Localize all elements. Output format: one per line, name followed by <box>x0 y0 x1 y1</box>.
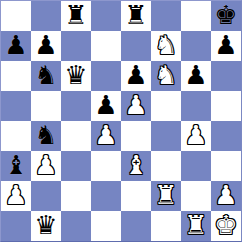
square-b1[interactable]: ♛ <box>31 211 61 241</box>
square-h7[interactable]: ♟ <box>211 31 241 61</box>
square-h6[interactable] <box>211 61 241 91</box>
square-d1[interactable] <box>91 211 121 241</box>
square-e5[interactable]: ♟ <box>121 91 151 121</box>
square-c5[interactable] <box>61 91 91 121</box>
square-a2[interactable]: ♟ <box>1 181 31 211</box>
square-d7[interactable] <box>91 31 121 61</box>
piece-white-king[interactable]: ♚ <box>211 211 241 241</box>
square-b2[interactable] <box>31 181 61 211</box>
square-h8[interactable]: ♚ <box>211 1 241 31</box>
square-d3[interactable] <box>91 151 121 181</box>
piece-black-pawn[interactable]: ♟ <box>91 91 121 121</box>
piece-black-knight[interactable]: ♞ <box>31 61 61 91</box>
square-f8[interactable] <box>151 1 181 31</box>
square-c8[interactable]: ♜ <box>61 1 91 31</box>
piece-white-pawn[interactable]: ♟ <box>91 121 121 151</box>
square-b3[interactable]: ♟ <box>31 151 61 181</box>
piece-black-rook[interactable]: ♜ <box>61 1 91 31</box>
square-b6[interactable]: ♞ <box>31 61 61 91</box>
square-f2[interactable]: ♜ <box>151 181 181 211</box>
piece-white-knight[interactable]: ♞ <box>151 31 181 61</box>
square-h3[interactable] <box>211 151 241 181</box>
square-d4[interactable]: ♟ <box>91 121 121 151</box>
square-b7[interactable]: ♟ <box>31 31 61 61</box>
piece-white-pawn[interactable]: ♟ <box>181 121 211 151</box>
square-a4[interactable] <box>1 121 31 151</box>
piece-black-bishop[interactable]: ♝ <box>1 151 31 181</box>
square-e7[interactable] <box>121 31 151 61</box>
square-c4[interactable] <box>61 121 91 151</box>
square-a8[interactable] <box>1 1 31 31</box>
square-h2[interactable]: ♟ <box>211 181 241 211</box>
square-b8[interactable] <box>31 1 61 31</box>
square-a5[interactable] <box>1 91 31 121</box>
piece-black-knight[interactable]: ♞ <box>31 121 61 151</box>
square-f5[interactable] <box>151 91 181 121</box>
piece-white-pawn[interactable]: ♟ <box>211 181 241 211</box>
piece-white-pawn[interactable]: ♟ <box>31 151 61 181</box>
square-b5[interactable] <box>31 91 61 121</box>
square-g4[interactable]: ♟ <box>181 121 211 151</box>
piece-black-pawn[interactable]: ♟ <box>31 31 61 61</box>
square-h5[interactable] <box>211 91 241 121</box>
piece-black-queen[interactable]: ♛ <box>61 61 91 91</box>
square-e2[interactable] <box>121 181 151 211</box>
square-f4[interactable] <box>151 121 181 151</box>
piece-black-pawn[interactable]: ♟ <box>211 31 241 61</box>
square-b4[interactable]: ♞ <box>31 121 61 151</box>
square-f1[interactable] <box>151 211 181 241</box>
square-g5[interactable] <box>181 91 211 121</box>
square-e8[interactable]: ♜ <box>121 1 151 31</box>
square-h4[interactable] <box>211 121 241 151</box>
square-g3[interactable] <box>181 151 211 181</box>
square-g2[interactable] <box>181 181 211 211</box>
piece-black-king[interactable]: ♚ <box>211 1 241 31</box>
piece-white-pawn[interactable]: ♟ <box>121 91 151 121</box>
piece-black-queen[interactable]: ♛ <box>31 211 61 241</box>
square-c7[interactable] <box>61 31 91 61</box>
piece-white-pawn[interactable]: ♟ <box>1 181 31 211</box>
piece-white-rook[interactable]: ♜ <box>181 211 211 241</box>
square-c3[interactable] <box>61 151 91 181</box>
square-g1[interactable]: ♜ <box>181 211 211 241</box>
square-d2[interactable] <box>91 181 121 211</box>
chess-board[interactable]: ♜♜♚♟♟♞♟♞♛♟♞♟♟♟♞♟♟♝♟♝♟♜♟♛♜♚ <box>0 0 242 242</box>
square-f3[interactable] <box>151 151 181 181</box>
square-d6[interactable] <box>91 61 121 91</box>
piece-white-knight[interactable]: ♞ <box>151 61 181 91</box>
chess-board-window: ♜♜♚♟♟♞♟♞♛♟♞♟♟♟♞♟♟♝♟♝♟♜♟♛♜♚ <box>0 0 242 242</box>
square-c2[interactable] <box>61 181 91 211</box>
piece-black-pawn[interactable]: ♟ <box>121 61 151 91</box>
square-e6[interactable]: ♟ <box>121 61 151 91</box>
square-g8[interactable] <box>181 1 211 31</box>
square-a1[interactable] <box>1 211 31 241</box>
square-a6[interactable] <box>1 61 31 91</box>
square-e1[interactable] <box>121 211 151 241</box>
square-c6[interactable]: ♛ <box>61 61 91 91</box>
piece-black-pawn[interactable]: ♟ <box>181 61 211 91</box>
square-g6[interactable]: ♟ <box>181 61 211 91</box>
square-c1[interactable] <box>61 211 91 241</box>
square-e3[interactable]: ♝ <box>121 151 151 181</box>
square-d5[interactable]: ♟ <box>91 91 121 121</box>
square-h1[interactable]: ♚ <box>211 211 241 241</box>
square-f6[interactable]: ♞ <box>151 61 181 91</box>
square-a3[interactable]: ♝ <box>1 151 31 181</box>
piece-black-pawn[interactable]: ♟ <box>1 31 31 61</box>
square-g7[interactable] <box>181 31 211 61</box>
square-e4[interactable] <box>121 121 151 151</box>
square-d8[interactable] <box>91 1 121 31</box>
piece-black-rook[interactable]: ♜ <box>121 1 151 31</box>
square-f7[interactable]: ♞ <box>151 31 181 61</box>
piece-white-bishop[interactable]: ♝ <box>121 151 151 181</box>
square-a7[interactable]: ♟ <box>1 31 31 61</box>
piece-white-rook[interactable]: ♜ <box>151 181 181 211</box>
